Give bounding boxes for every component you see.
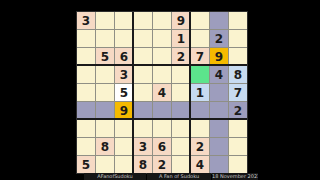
cell-r4c7[interactable] [191, 66, 209, 83]
cell-r4c2[interactable] [96, 66, 114, 83]
cell-r7c9[interactable] [229, 120, 247, 137]
cell-r8c6[interactable] [172, 138, 190, 155]
cell-r2c4[interactable] [134, 30, 152, 47]
cell-r7c3[interactable] [115, 120, 133, 137]
cell-r8c7[interactable]: 2 [191, 138, 209, 155]
cell-r7c4[interactable] [134, 120, 152, 137]
cell-r7c5[interactable] [153, 120, 171, 137]
cell-r3c4[interactable] [134, 48, 152, 65]
watermark-channel: AFanofSudoku [84, 173, 146, 180]
cell-r3c8[interactable]: 9 [210, 48, 228, 65]
cell-r4c3[interactable]: 3 [115, 66, 133, 83]
cell-r5c2[interactable] [96, 84, 114, 101]
cell-r4c5[interactable] [153, 66, 171, 83]
cell-r2c7[interactable] [191, 30, 209, 47]
cell-r8c8[interactable] [210, 138, 228, 155]
cell-r8c9[interactable] [229, 138, 247, 155]
cell-r5c9[interactable]: 7 [229, 84, 247, 101]
cell-r4c1[interactable] [77, 66, 95, 83]
cell-r2c1[interactable] [77, 30, 95, 47]
cell-r1c2[interactable] [96, 12, 114, 29]
cell-r6c8[interactable] [210, 102, 228, 119]
cell-r6c5[interactable] [153, 102, 171, 119]
cell-r8c1[interactable] [77, 138, 95, 155]
cell-r9c5[interactable]: 2 [153, 156, 171, 173]
cell-r2c3[interactable] [115, 30, 133, 47]
cell-r2c9[interactable] [229, 30, 247, 47]
cell-r9c7[interactable]: 4 [191, 156, 209, 173]
cell-r1c8[interactable] [210, 12, 228, 29]
cell-r5c3[interactable]: 5 [115, 84, 133, 101]
cell-r6c3[interactable]: 9 [115, 102, 133, 119]
cell-r9c2[interactable] [96, 156, 114, 173]
cell-r1c6[interactable]: 9 [172, 12, 190, 29]
cell-r7c2[interactable] [96, 120, 114, 137]
cell-r6c1[interactable] [77, 102, 95, 119]
cell-r3c2[interactable]: 5 [96, 48, 114, 65]
cell-r5c1[interactable] [77, 84, 95, 101]
watermark-title: A Fan of Sudoku [147, 173, 211, 180]
cell-r2c6[interactable]: 1 [172, 30, 190, 47]
cell-r2c8[interactable]: 2 [210, 30, 228, 47]
cell-r9c6[interactable] [172, 156, 190, 173]
cell-r8c3[interactable] [115, 138, 133, 155]
cell-r6c6[interactable] [172, 102, 190, 119]
cell-r3c3[interactable]: 6 [115, 48, 133, 65]
cell-r7c6[interactable] [172, 120, 190, 137]
cell-r1c1[interactable]: 3 [77, 12, 95, 29]
cell-r5c8[interactable] [210, 84, 228, 101]
cell-r4c9[interactable]: 8 [229, 66, 247, 83]
watermark-bar: AFanofSudoku A Fan of Sudoku 18 November… [84, 173, 258, 180]
cell-r2c5[interactable] [153, 30, 171, 47]
cell-r1c3[interactable] [115, 12, 133, 29]
cell-r7c7[interactable] [191, 120, 209, 137]
cell-r6c2[interactable] [96, 102, 114, 119]
cell-r9c8[interactable] [210, 156, 228, 173]
cell-r7c1[interactable] [77, 120, 95, 137]
cell-r1c4[interactable] [134, 12, 152, 29]
cell-r5c4[interactable] [134, 84, 152, 101]
cell-r4c8[interactable]: 4 [210, 66, 228, 83]
cell-r8c5[interactable]: 6 [153, 138, 171, 155]
cell-r6c9[interactable]: 2 [229, 102, 247, 119]
cell-r6c4[interactable] [134, 102, 152, 119]
cell-r5c7[interactable]: 1 [191, 84, 209, 101]
cell-r3c7[interactable]: 7 [191, 48, 209, 65]
cell-r1c9[interactable] [229, 12, 247, 29]
cell-r3c9[interactable] [229, 48, 247, 65]
cell-r4c6[interactable] [172, 66, 190, 83]
cell-r3c5[interactable] [153, 48, 171, 65]
cell-r3c1[interactable] [77, 48, 95, 65]
cell-r8c4[interactable]: 3 [134, 138, 152, 155]
cell-r9c9[interactable] [229, 156, 247, 173]
watermark-date: 18 November 2021 [212, 173, 258, 180]
cell-r2c2[interactable] [96, 30, 114, 47]
cell-r3c6[interactable]: 2 [172, 48, 190, 65]
cell-r9c4[interactable]: 8 [134, 156, 152, 173]
cell-r7c8[interactable] [210, 120, 228, 137]
cell-r6c7[interactable] [191, 102, 209, 119]
cell-r9c1[interactable]: 5 [77, 156, 95, 173]
cell-r8c2[interactable]: 8 [96, 138, 114, 155]
sudoku-board[interactable]: 39125627934854179283625824 [77, 12, 247, 173]
cell-r9c3[interactable] [115, 156, 133, 173]
cell-r1c5[interactable] [153, 12, 171, 29]
cell-r5c6[interactable] [172, 84, 190, 101]
video-frame: 39125627934854179283625824 AFanofSudoku … [0, 0, 320, 180]
cell-r1c7[interactable] [191, 12, 209, 29]
cell-r5c5[interactable]: 4 [153, 84, 171, 101]
cell-r4c4[interactable] [134, 66, 152, 83]
board-wrap: 39125627934854179283625824 [76, 11, 248, 174]
